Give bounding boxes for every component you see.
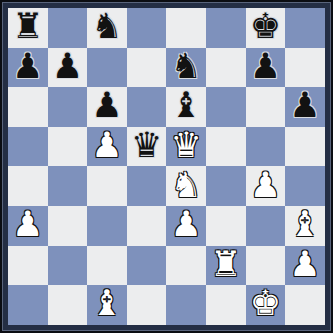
square-a4[interactable] [8,166,48,206]
square-d8[interactable] [127,8,167,48]
square-h7[interactable] [285,48,325,88]
square-a7[interactable]: ♟ [8,48,48,88]
square-a3[interactable]: ♟ [8,206,48,246]
square-e7[interactable]: ♞ [166,48,206,88]
black-pawn[interactable]: ♟ [250,49,281,84]
square-d2[interactable] [127,246,167,286]
square-b3[interactable] [48,206,88,246]
square-d7[interactable] [127,48,167,88]
square-c3[interactable] [87,206,127,246]
square-c7[interactable] [87,48,127,88]
square-g1[interactable]: ♚ [246,285,286,325]
square-g2[interactable] [246,246,286,286]
square-e1[interactable] [166,285,206,325]
white-pawn[interactable]: ♟ [91,128,122,163]
white-bishop[interactable]: ♝ [289,207,320,242]
black-king[interactable]: ♚ [250,9,281,44]
square-g8[interactable]: ♚ [246,8,286,48]
square-g7[interactable]: ♟ [246,48,286,88]
square-b6[interactable] [48,87,88,127]
square-f7[interactable] [206,48,246,88]
square-d1[interactable] [127,285,167,325]
white-pawn[interactable]: ♟ [170,207,201,242]
square-g4[interactable]: ♟ [246,166,286,206]
square-h2[interactable]: ♟ [285,246,325,286]
white-pawn[interactable]: ♟ [250,168,281,203]
square-a6[interactable] [8,87,48,127]
square-e4[interactable]: ♞ [166,166,206,206]
black-bishop[interactable]: ♝ [170,88,201,123]
square-b5[interactable] [48,127,88,167]
black-pawn[interactable]: ♟ [289,88,320,123]
square-a5[interactable] [8,127,48,167]
square-a1[interactable] [8,285,48,325]
square-c5[interactable]: ♟ [87,127,127,167]
square-f3[interactable] [206,206,246,246]
square-g5[interactable] [246,127,286,167]
white-pawn[interactable]: ♟ [12,207,43,242]
square-h5[interactable] [285,127,325,167]
square-h8[interactable] [285,8,325,48]
square-a2[interactable] [8,246,48,286]
square-d6[interactable] [127,87,167,127]
square-g3[interactable] [246,206,286,246]
square-e3[interactable]: ♟ [166,206,206,246]
square-a8[interactable]: ♜ [8,8,48,48]
square-c1[interactable]: ♝ [87,285,127,325]
square-c6[interactable]: ♟ [87,87,127,127]
square-b1[interactable] [48,285,88,325]
square-c4[interactable] [87,166,127,206]
square-h1[interactable] [285,285,325,325]
square-d3[interactable] [127,206,167,246]
square-f4[interactable] [206,166,246,206]
square-f1[interactable] [206,285,246,325]
white-queen[interactable]: ♛ [170,128,201,163]
square-d4[interactable] [127,166,167,206]
square-h4[interactable] [285,166,325,206]
square-b8[interactable] [48,8,88,48]
square-c2[interactable] [87,246,127,286]
black-rook[interactable]: ♜ [12,9,43,44]
square-e8[interactable] [166,8,206,48]
square-e2[interactable] [166,246,206,286]
square-f2[interactable]: ♜ [206,246,246,286]
square-b2[interactable] [48,246,88,286]
white-bishop[interactable]: ♝ [91,286,122,321]
square-g6[interactable] [246,87,286,127]
white-pawn[interactable]: ♟ [289,247,320,282]
square-b4[interactable] [48,166,88,206]
square-d5[interactable]: ♛ [127,127,167,167]
square-b7[interactable]: ♟ [48,48,88,88]
white-rook[interactable]: ♜ [210,247,241,282]
square-h6[interactable]: ♟ [285,87,325,127]
black-pawn[interactable]: ♟ [91,88,122,123]
square-e5[interactable]: ♛ [166,127,206,167]
square-h3[interactable]: ♝ [285,206,325,246]
white-knight[interactable]: ♞ [170,168,201,203]
chess-board-frame: ♜♞♚♟♟♞♟♟♝♟♟♛♛♞♟♟♟♝♜♟♝♚ [0,0,333,333]
white-king[interactable]: ♚ [250,286,281,321]
black-pawn[interactable]: ♟ [52,49,83,84]
chess-board: ♜♞♚♟♟♞♟♟♝♟♟♛♛♞♟♟♟♝♜♟♝♚ [8,8,325,325]
black-knight[interactable]: ♞ [91,9,122,44]
black-knight[interactable]: ♞ [170,49,201,84]
square-f6[interactable] [206,87,246,127]
square-e6[interactable]: ♝ [166,87,206,127]
square-c8[interactable]: ♞ [87,8,127,48]
square-f5[interactable] [206,127,246,167]
black-pawn[interactable]: ♟ [12,49,43,84]
black-queen[interactable]: ♛ [131,128,162,163]
square-f8[interactable] [206,8,246,48]
